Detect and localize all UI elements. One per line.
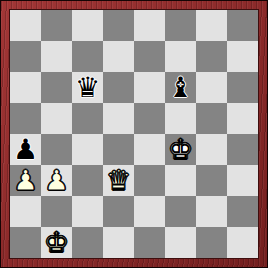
square-f3[interactable]: [165, 165, 196, 196]
black-bishop[interactable]: ♝: [168, 72, 193, 103]
square-b4[interactable]: [41, 134, 72, 165]
square-b3[interactable]: ♟: [41, 165, 72, 196]
square-b7[interactable]: [41, 41, 72, 72]
white-pawn[interactable]: ♟: [44, 165, 69, 196]
square-f8[interactable]: [165, 10, 196, 41]
square-d7[interactable]: [103, 41, 134, 72]
square-a8[interactable]: [10, 10, 41, 41]
square-a4[interactable]: ♟: [10, 134, 41, 165]
chess-board: ♛♝♟♚♟♟♛♚: [9, 9, 259, 259]
square-h2[interactable]: [227, 196, 258, 227]
square-a3[interactable]: ♟: [10, 165, 41, 196]
square-c5[interactable]: [72, 103, 103, 134]
square-h5[interactable]: [227, 103, 258, 134]
black-queen[interactable]: ♛: [75, 72, 100, 103]
square-c7[interactable]: [72, 41, 103, 72]
square-g6[interactable]: [196, 72, 227, 103]
square-b2[interactable]: [41, 196, 72, 227]
square-g8[interactable]: [196, 10, 227, 41]
screenshot: ♛♝♟♚♟♟♛♚: [0, 0, 268, 268]
white-pawn[interactable]: ♟: [13, 165, 38, 196]
square-g1[interactable]: [196, 227, 227, 258]
square-h6[interactable]: [227, 72, 258, 103]
square-a5[interactable]: [10, 103, 41, 134]
square-c4[interactable]: [72, 134, 103, 165]
square-d5[interactable]: [103, 103, 134, 134]
square-h8[interactable]: [227, 10, 258, 41]
square-f5[interactable]: [165, 103, 196, 134]
white-king[interactable]: ♚: [44, 227, 69, 258]
square-b6[interactable]: [41, 72, 72, 103]
board-frame: ♛♝♟♚♟♟♛♚: [0, 0, 268, 268]
square-h3[interactable]: [227, 165, 258, 196]
square-e6[interactable]: [134, 72, 165, 103]
black-pawn[interactable]: ♟: [13, 134, 38, 165]
square-d4[interactable]: [103, 134, 134, 165]
square-e7[interactable]: [134, 41, 165, 72]
square-d3[interactable]: ♛: [103, 165, 134, 196]
square-c6[interactable]: ♛: [72, 72, 103, 103]
square-g5[interactable]: [196, 103, 227, 134]
square-c2[interactable]: [72, 196, 103, 227]
square-g3[interactable]: [196, 165, 227, 196]
square-f4[interactable]: ♚: [165, 134, 196, 165]
square-a7[interactable]: [10, 41, 41, 72]
square-a6[interactable]: [10, 72, 41, 103]
square-a1[interactable]: [10, 227, 41, 258]
square-g7[interactable]: [196, 41, 227, 72]
square-e1[interactable]: [134, 227, 165, 258]
square-d2[interactable]: [103, 196, 134, 227]
square-a2[interactable]: [10, 196, 41, 227]
square-b8[interactable]: [41, 10, 72, 41]
square-b1[interactable]: ♚: [41, 227, 72, 258]
square-c8[interactable]: [72, 10, 103, 41]
square-d6[interactable]: [103, 72, 134, 103]
square-b5[interactable]: [41, 103, 72, 134]
square-f6[interactable]: ♝: [165, 72, 196, 103]
square-g4[interactable]: [196, 134, 227, 165]
square-g2[interactable]: [196, 196, 227, 227]
square-h7[interactable]: [227, 41, 258, 72]
square-e5[interactable]: [134, 103, 165, 134]
square-e2[interactable]: [134, 196, 165, 227]
square-c1[interactable]: [72, 227, 103, 258]
white-queen[interactable]: ♛: [106, 165, 131, 196]
square-c3[interactable]: [72, 165, 103, 196]
square-f1[interactable]: [165, 227, 196, 258]
square-d1[interactable]: [103, 227, 134, 258]
square-f7[interactable]: [165, 41, 196, 72]
square-e3[interactable]: [134, 165, 165, 196]
square-d8[interactable]: [103, 10, 134, 41]
square-e8[interactable]: [134, 10, 165, 41]
square-f2[interactable]: [165, 196, 196, 227]
square-e4[interactable]: [134, 134, 165, 165]
black-king[interactable]: ♚: [168, 134, 193, 165]
square-h4[interactable]: [227, 134, 258, 165]
square-h1[interactable]: [227, 227, 258, 258]
